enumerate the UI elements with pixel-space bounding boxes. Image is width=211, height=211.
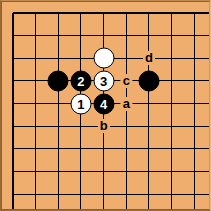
intersection-c9-r9 [183, 183, 206, 206]
intersection-c9-r10 [183, 206, 206, 211]
intersection-c3-r7 [47, 138, 70, 161]
intersection-c5-r6: b [92, 115, 115, 138]
intersection-c8-r7 [160, 138, 183, 161]
intersection-c3-r2 [47, 24, 70, 47]
intersection-c4-r1 [70, 2, 93, 25]
intersection-c1-r10 [2, 206, 25, 211]
intersection-c4-r9 [70, 183, 93, 206]
intersection-c4-r6 [70, 115, 93, 138]
intersection-c6-r9 [115, 183, 138, 206]
intersection-c9-r7 [183, 138, 206, 161]
intersection-c1-r6 [2, 115, 25, 138]
intersection-c1-r5 [2, 92, 25, 115]
intersection-c1-r7 [2, 138, 25, 161]
intersection-c10-r10 [206, 206, 211, 211]
intersection-c1-r9 [2, 183, 25, 206]
intersection-c1-r4 [2, 70, 25, 93]
intersection-c3-r4 [47, 70, 70, 93]
intersection-c5-r7 [92, 138, 115, 161]
intersection-c10-r4 [206, 70, 211, 93]
intersection-c2-r4 [24, 70, 47, 93]
intersection-c8-r8 [160, 160, 183, 183]
intersection-c7-r1 [138, 2, 161, 25]
intersection-c10-r6 [206, 115, 211, 138]
intersection-c6-r5: a [115, 92, 138, 115]
intersection-c3-r3 [47, 47, 70, 70]
intersection-c6-r8 [115, 160, 138, 183]
intersection-c5-r8 [92, 160, 115, 183]
intersection-c2-r8 [24, 160, 47, 183]
intersection-c7-r9 [138, 183, 161, 206]
intersection-c9-r5 [183, 92, 206, 115]
intersection-c5-r2 [92, 24, 115, 47]
intersection-c10-r1 [206, 2, 211, 25]
intersection-c6-r7 [115, 138, 138, 161]
intersection-c7-r6 [138, 115, 161, 138]
intersection-c9-r1 [183, 2, 206, 25]
intersection-c10-r9 [206, 183, 211, 206]
intersection-c2-r3 [24, 47, 47, 70]
intersection-c5-r9 [92, 183, 115, 206]
stone-black [138, 70, 159, 91]
intersection-c5-r1 [92, 2, 115, 25]
intersection-c5-r4: 3 [92, 70, 115, 93]
intersection-c8-r9 [160, 183, 183, 206]
intersection-c8-r4 [160, 70, 183, 93]
marker-d: d [143, 51, 155, 65]
marker-c: c [121, 74, 132, 88]
intersection-c10-r2 [206, 24, 211, 47]
intersection-c9-r6 [183, 115, 206, 138]
intersection-c2-r7 [24, 138, 47, 161]
intersection-c6-r6 [115, 115, 138, 138]
intersection-c1-r3 [2, 47, 25, 70]
intersection-c9-r3 [183, 47, 206, 70]
intersection-c1-r2 [2, 24, 25, 47]
intersection-c4-r4: 2 [70, 70, 93, 93]
intersection-c7-r4 [138, 70, 161, 93]
intersection-c6-r10 [115, 206, 138, 211]
intersection-c4-r10 [70, 206, 93, 211]
stone-white [93, 48, 114, 69]
intersection-c1-r1 [2, 2, 25, 25]
intersection-c7-r3: d [138, 47, 161, 70]
intersection-c7-r5 [138, 92, 161, 115]
marker-a: a [121, 97, 132, 111]
intersection-c5-r5: 4 [92, 92, 115, 115]
intersection-c2-r5 [24, 92, 47, 115]
intersection-c8-r10 [160, 206, 183, 211]
intersection-c8-r5 [160, 92, 183, 115]
intersection-c9-r2 [183, 24, 206, 47]
intersection-c4-r7 [70, 138, 93, 161]
intersection-c8-r2 [160, 24, 183, 47]
intersection-c2-r9 [24, 183, 47, 206]
intersection-c1-r8 [2, 160, 25, 183]
intersection-c7-r10 [138, 206, 161, 211]
intersection-c8-r6 [160, 115, 183, 138]
stone-black-2: 2 [70, 70, 91, 91]
board-grid: d23c14ab [2, 2, 211, 211]
stone-white-1: 1 [70, 93, 91, 114]
intersection-c4-r2 [70, 24, 93, 47]
stone-white-3: 3 [93, 70, 114, 91]
intersection-c2-r10 [24, 206, 47, 211]
intersection-c3-r8 [47, 160, 70, 183]
intersection-c7-r2 [138, 24, 161, 47]
intersection-c3-r10 [47, 206, 70, 211]
intersection-c9-r8 [183, 160, 206, 183]
intersection-c4-r5: 1 [70, 92, 93, 115]
stone-black [48, 70, 69, 91]
intersection-c5-r10 [92, 206, 115, 211]
intersection-c10-r7 [206, 138, 211, 161]
intersection-c6-r3 [115, 47, 138, 70]
intersection-c2-r1 [24, 2, 47, 25]
intersection-c6-r1 [115, 2, 138, 25]
intersection-c6-r4: c [115, 70, 138, 93]
marker-b: b [98, 119, 110, 133]
intersection-c10-r8 [206, 160, 211, 183]
intersection-c9-r4 [183, 70, 206, 93]
intersection-c2-r6 [24, 115, 47, 138]
intersection-c2-r2 [24, 24, 47, 47]
stone-black-4: 4 [93, 93, 114, 114]
intersection-c4-r3 [70, 47, 93, 70]
intersection-c10-r3 [206, 47, 211, 70]
intersection-c3-r6 [47, 115, 70, 138]
intersection-c6-r2 [115, 24, 138, 47]
intersection-c7-r8 [138, 160, 161, 183]
intersection-c3-r5 [47, 92, 70, 115]
intersection-c3-r9 [47, 183, 70, 206]
intersection-c10-r5 [206, 92, 211, 115]
intersection-c7-r7 [138, 138, 161, 161]
intersection-c4-r8 [70, 160, 93, 183]
intersection-c5-r3 [92, 47, 115, 70]
intersection-c3-r1 [47, 2, 70, 25]
intersection-c8-r1 [160, 2, 183, 25]
intersection-c8-r3 [160, 47, 183, 70]
go-board-diagram: d23c14ab [0, 0, 211, 211]
